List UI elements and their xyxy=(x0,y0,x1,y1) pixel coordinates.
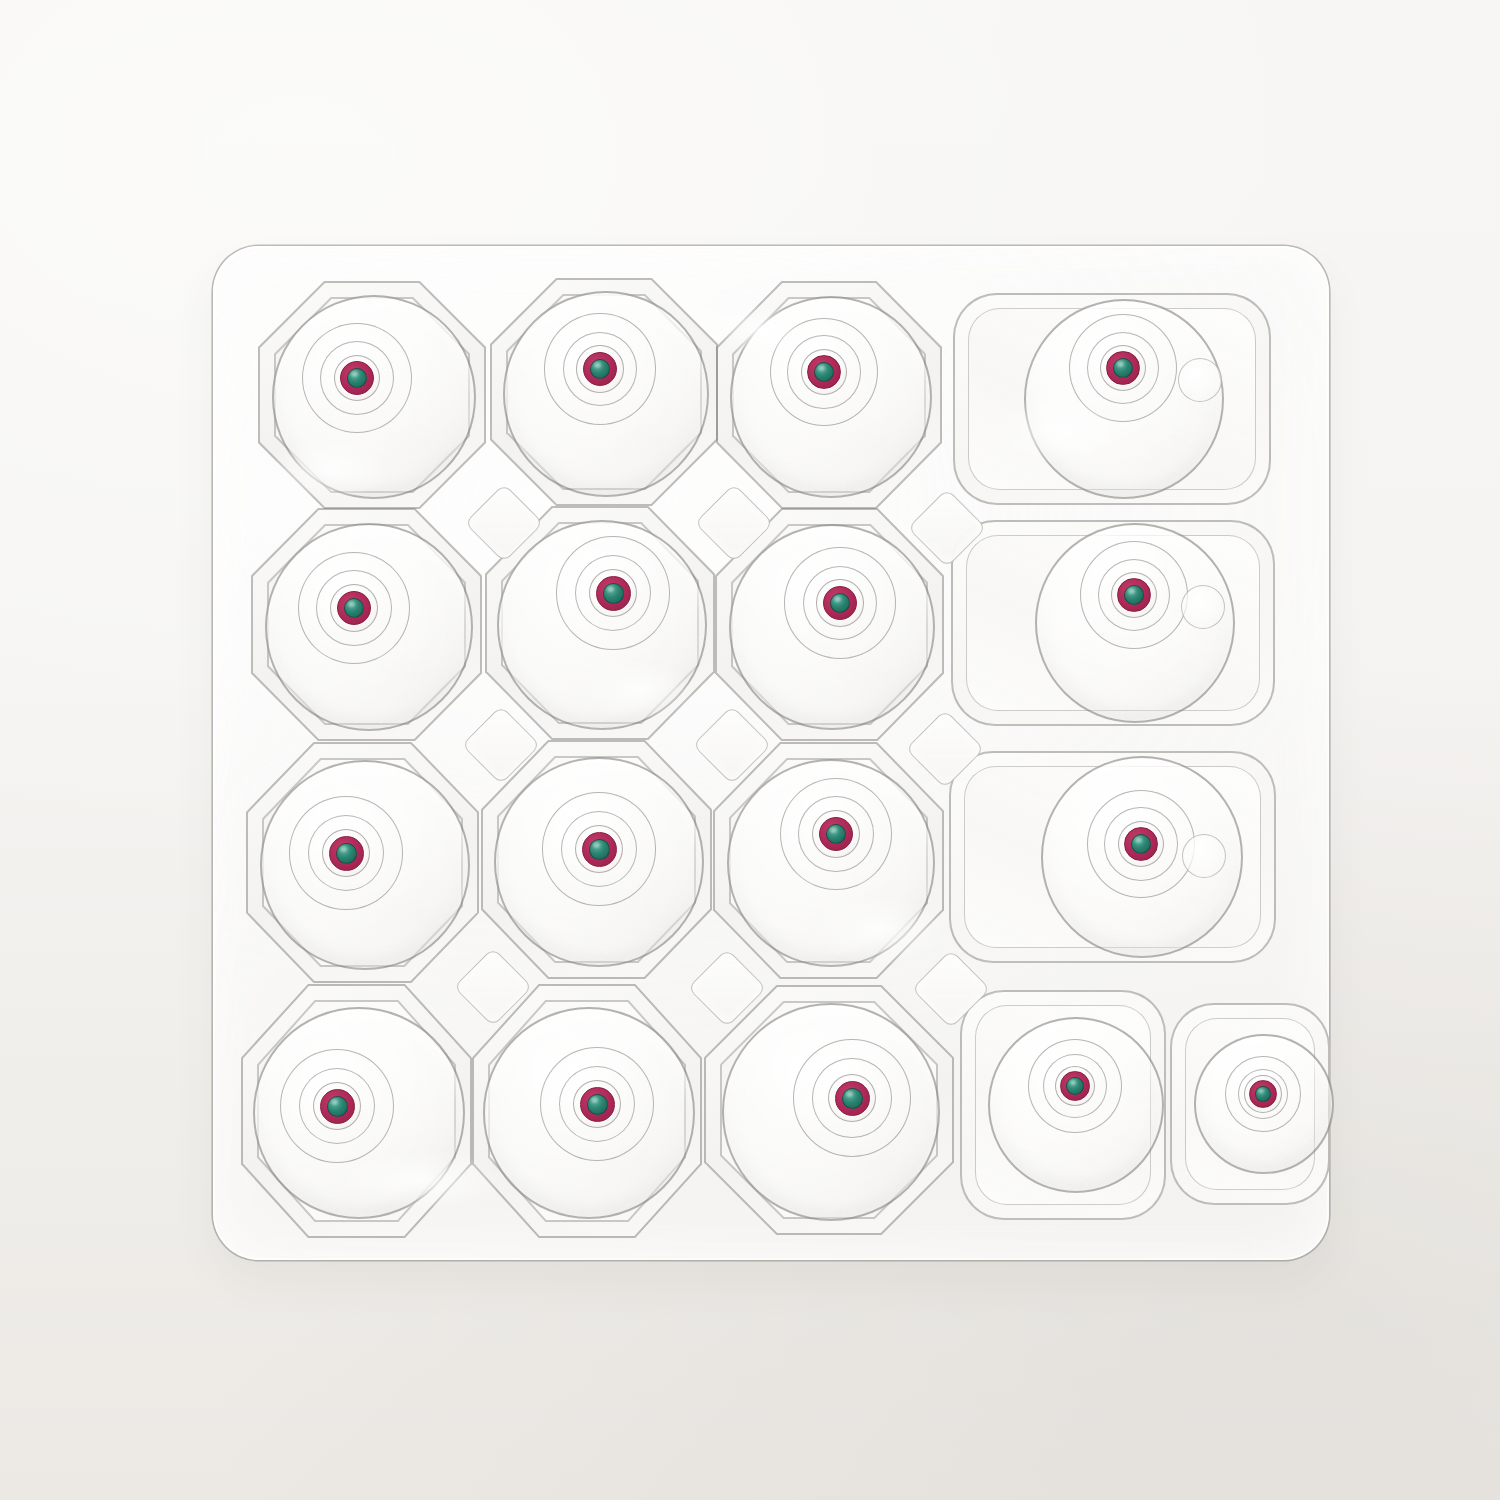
valve-tip xyxy=(589,839,610,860)
valve-tip xyxy=(603,583,624,604)
valve-tip xyxy=(842,1088,863,1109)
valve-tip xyxy=(587,1094,608,1115)
pocket-dimple xyxy=(1181,585,1225,629)
product-photo xyxy=(0,0,1500,1500)
valve-tip xyxy=(336,843,357,864)
valve-tip xyxy=(327,1096,348,1117)
valve-tip xyxy=(1066,1077,1084,1095)
valve-tip xyxy=(1124,585,1144,605)
valve-tip xyxy=(1113,358,1133,378)
pocket-dimple xyxy=(1182,834,1226,878)
